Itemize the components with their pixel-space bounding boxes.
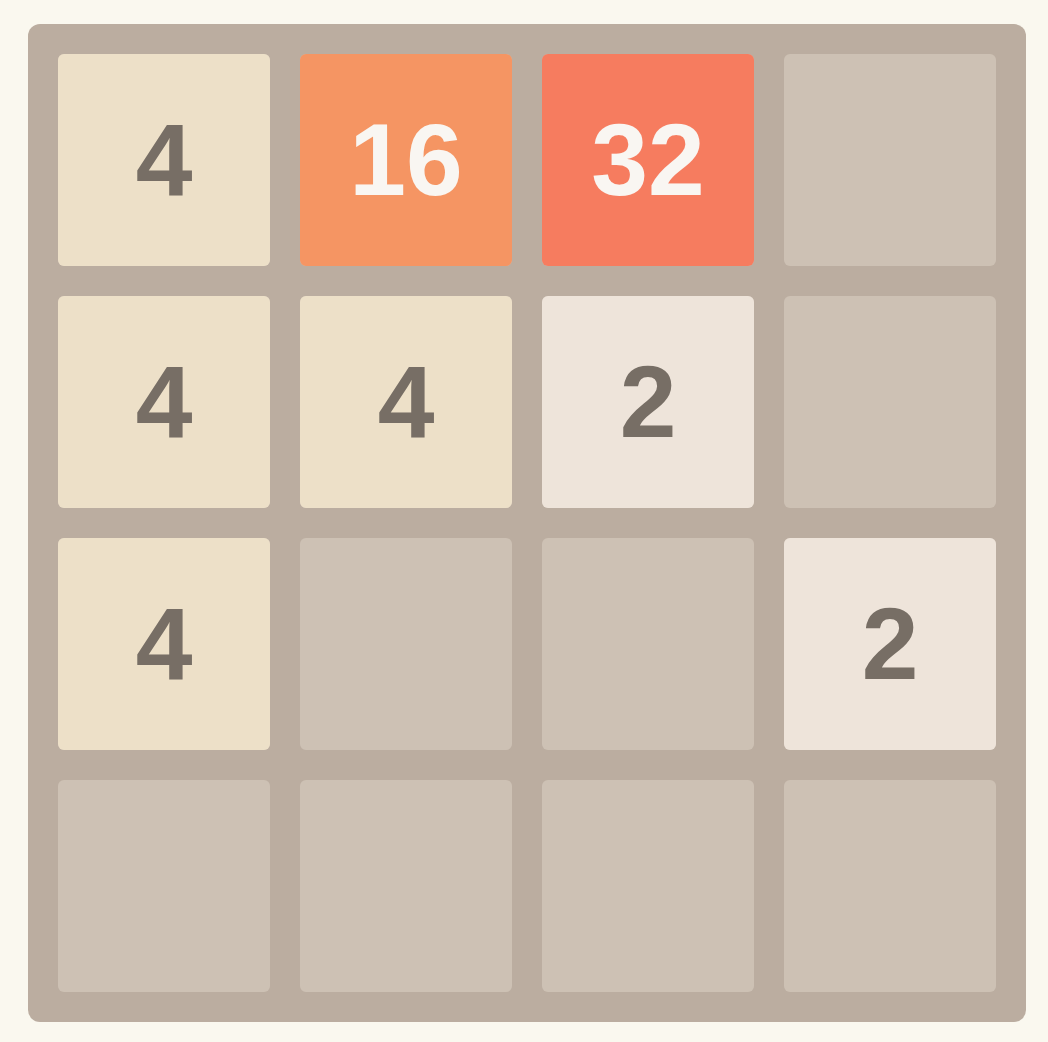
cell-r1c0: 4 [58, 296, 270, 508]
cell-r0c0: 4 [58, 54, 270, 266]
tile-16: 16 [300, 54, 512, 266]
tile-2: 2 [784, 538, 996, 750]
cell-r3c2-empty [542, 780, 754, 992]
tile-4: 4 [58, 54, 270, 266]
tile-32: 32 [542, 54, 754, 266]
cell-r2c0: 4 [58, 538, 270, 750]
cell-r0c2: 32 [542, 54, 754, 266]
cell-r2c3: 2 [784, 538, 996, 750]
tile-4: 4 [300, 296, 512, 508]
cell-r2c1-empty [300, 538, 512, 750]
cell-r3c0-empty [58, 780, 270, 992]
tile-2: 2 [542, 296, 754, 508]
cell-r0c1: 16 [300, 54, 512, 266]
cell-r0c3-empty [784, 54, 996, 266]
cell-r3c1-empty [300, 780, 512, 992]
cell-r3c3-empty [784, 780, 996, 992]
tile-4: 4 [58, 538, 270, 750]
cell-r1c3-empty [784, 296, 996, 508]
cell-r1c2: 2 [542, 296, 754, 508]
2048-board[interactable]: 4 16 32 4 4 2 4 2 [28, 24, 1026, 1022]
cell-r1c1: 4 [300, 296, 512, 508]
cell-r2c2-empty [542, 538, 754, 750]
tile-4: 4 [58, 296, 270, 508]
